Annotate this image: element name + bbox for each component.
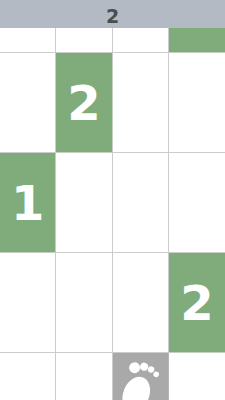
cell-r0c0[interactable]	[0, 28, 56, 53]
cell-r2c2[interactable]	[113, 153, 169, 253]
cell-r4c1[interactable]	[56, 353, 112, 400]
cell-r2c3[interactable]	[169, 153, 225, 253]
cell-r2c1[interactable]	[56, 153, 112, 253]
game-screen: 2 2 1 2	[0, 0, 225, 400]
tile-grid: 2 1 2	[0, 28, 225, 400]
cell-r3c0[interactable]	[0, 253, 56, 353]
cell-r0c3[interactable]	[169, 28, 225, 53]
cell-r4c3[interactable]	[169, 353, 225, 400]
tile-number: 1	[11, 179, 44, 227]
header-bar: 2	[0, 0, 225, 28]
footprint-icon	[115, 360, 165, 400]
cell-r1c0[interactable]	[0, 53, 56, 153]
cell-r1c1[interactable]: 2	[56, 53, 112, 153]
tile-number: 2	[180, 279, 213, 327]
cell-r1c2[interactable]	[113, 53, 169, 153]
cell-r4c2[interactable]	[113, 353, 169, 400]
cell-r2c0[interactable]: 1	[0, 153, 56, 253]
cell-r3c2[interactable]	[113, 253, 169, 353]
cell-r4c0[interactable]	[0, 353, 56, 400]
cell-r1c3[interactable]	[169, 53, 225, 153]
cell-r0c2[interactable]	[113, 28, 169, 53]
cell-r0c1[interactable]	[56, 28, 112, 53]
step-counter: 2	[106, 7, 119, 26]
cell-r3c3[interactable]: 2	[169, 253, 225, 353]
game-board: 2 1 2	[0, 28, 225, 400]
tile-number: 2	[67, 79, 100, 127]
cell-r3c1[interactable]	[56, 253, 112, 353]
